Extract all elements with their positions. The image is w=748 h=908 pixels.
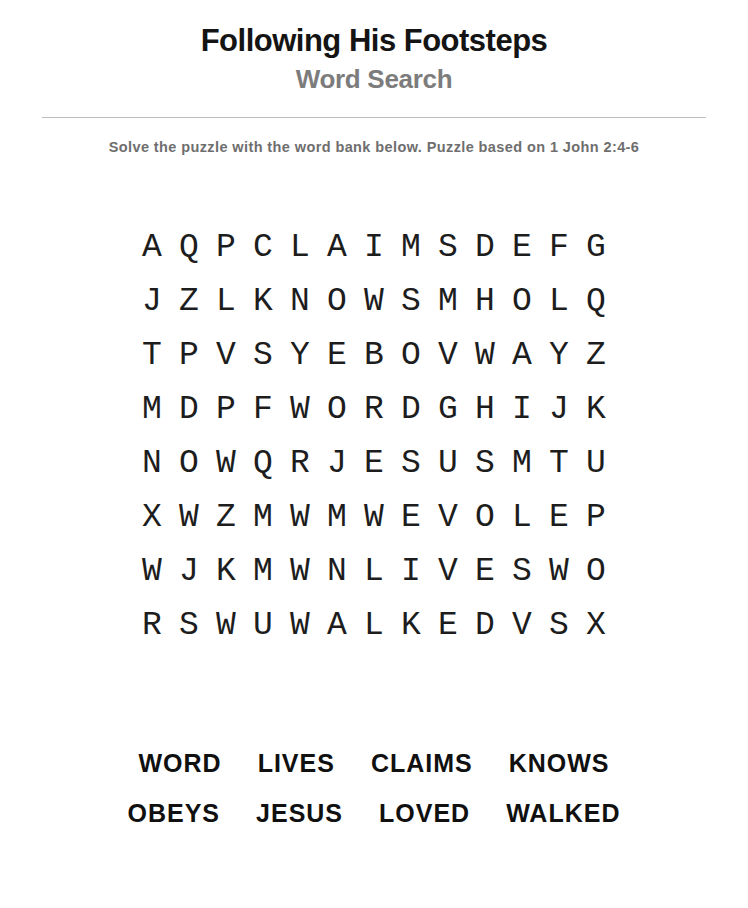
instruction-text: Solve the puzzle with the word bank belo… <box>0 139 748 156</box>
word-bank-row: WORDLIVESCLAIMSKNOWS <box>0 749 748 778</box>
grid-cell[interactable]: W <box>282 382 319 436</box>
grid-cell[interactable]: L <box>541 274 578 328</box>
grid-cell[interactable]: M <box>319 490 356 544</box>
grid-cell[interactable]: L <box>504 490 541 544</box>
grid-cell[interactable]: W <box>282 490 319 544</box>
grid-cell[interactable]: Y <box>541 328 578 382</box>
grid-cell[interactable]: P <box>578 490 615 544</box>
grid-cell[interactable]: H <box>467 274 504 328</box>
grid-cell[interactable]: K <box>393 598 430 652</box>
grid-cell[interactable]: E <box>319 328 356 382</box>
grid-cell[interactable]: K <box>208 544 245 598</box>
grid-cell[interactable]: P <box>208 382 245 436</box>
grid-cell[interactable]: H <box>467 382 504 436</box>
grid-cell[interactable]: S <box>504 544 541 598</box>
grid-cell[interactable]: V <box>430 490 467 544</box>
word-bank-item: OBEYS <box>128 799 221 828</box>
grid-cell[interactable]: W <box>208 436 245 490</box>
grid-cell[interactable]: W <box>282 544 319 598</box>
grid-cell[interactable]: W <box>208 598 245 652</box>
grid-cell[interactable]: G <box>430 382 467 436</box>
word-bank: WORDLIVESCLAIMSKNOWSOBEYSJESUSLOVEDWALKE… <box>0 749 748 828</box>
grid-cell[interactable]: N <box>319 544 356 598</box>
grid-cell[interactable]: W <box>282 598 319 652</box>
word-bank-item: WALKED <box>506 799 620 828</box>
grid-cell[interactable]: D <box>467 598 504 652</box>
grid-cell[interactable]: M <box>245 490 282 544</box>
grid-cell[interactable]: V <box>430 328 467 382</box>
grid-cell[interactable]: J <box>319 436 356 490</box>
grid-cell[interactable]: C <box>245 220 282 274</box>
grid-cell[interactable]: S <box>393 274 430 328</box>
grid-cell[interactable]: X <box>134 490 171 544</box>
grid-cell[interactable]: E <box>504 220 541 274</box>
grid-cell[interactable]: S <box>393 436 430 490</box>
header-divider <box>42 117 706 118</box>
grid-cell[interactable]: K <box>578 382 615 436</box>
grid-cell[interactable]: Y <box>282 328 319 382</box>
grid-cell[interactable]: T <box>541 436 578 490</box>
grid-cell[interactable]: O <box>467 490 504 544</box>
grid-cell[interactable]: W <box>541 544 578 598</box>
word-bank-row: OBEYSJESUSLOVEDWALKED <box>0 799 748 828</box>
grid-cell[interactable]: P <box>208 220 245 274</box>
grid-cell[interactable]: Q <box>245 436 282 490</box>
grid-cell[interactable]: I <box>393 544 430 598</box>
grid-cell[interactable]: V <box>504 598 541 652</box>
grid-cell[interactable]: S <box>245 328 282 382</box>
grid-cell[interactable]: P <box>171 328 208 382</box>
grid-cell[interactable]: L <box>208 274 245 328</box>
grid-cell[interactable]: R <box>356 382 393 436</box>
grid-cell[interactable]: X <box>578 598 615 652</box>
word-bank-item: LIVES <box>258 749 335 778</box>
page-subtitle: Word Search <box>0 65 748 93</box>
grid-cell[interactable]: M <box>134 382 171 436</box>
grid-cell[interactable]: L <box>356 598 393 652</box>
grid-cell[interactable]: W <box>171 490 208 544</box>
grid-cell[interactable]: T <box>134 328 171 382</box>
grid-cell[interactable]: B <box>356 328 393 382</box>
grid-cell[interactable]: F <box>541 220 578 274</box>
grid-cell[interactable]: O <box>171 436 208 490</box>
grid-cell[interactable]: N <box>282 274 319 328</box>
grid-cell[interactable]: J <box>171 544 208 598</box>
grid-cell[interactable]: L <box>356 544 393 598</box>
grid-cell[interactable]: R <box>134 598 171 652</box>
grid-cell[interactable]: D <box>171 382 208 436</box>
grid-cell[interactable]: J <box>134 274 171 328</box>
grid-cell[interactable]: W <box>356 274 393 328</box>
grid-cell[interactable]: U <box>430 436 467 490</box>
grid-cell[interactable]: O <box>504 274 541 328</box>
grid-cell[interactable]: J <box>541 382 578 436</box>
grid-cell[interactable]: Q <box>578 274 615 328</box>
grid-cell[interactable]: Q <box>171 220 208 274</box>
grid-cell[interactable]: M <box>393 220 430 274</box>
grid-cell[interactable]: A <box>134 220 171 274</box>
grid-cell[interactable]: Z <box>171 274 208 328</box>
grid-cell[interactable]: V <box>208 328 245 382</box>
grid-cell[interactable]: E <box>393 490 430 544</box>
grid-cell[interactable]: L <box>282 220 319 274</box>
grid-cell[interactable]: I <box>504 382 541 436</box>
grid-cell[interactable]: I <box>356 220 393 274</box>
grid-cell[interactable]: Z <box>208 490 245 544</box>
grid-cell[interactable]: A <box>319 598 356 652</box>
grid-cell[interactable]: U <box>245 598 282 652</box>
grid-cell[interactable]: V <box>430 544 467 598</box>
grid-cell[interactable]: O <box>578 544 615 598</box>
grid-cell[interactable]: O <box>393 328 430 382</box>
grid-cell[interactable]: E <box>356 436 393 490</box>
word-bank-item: WORD <box>138 749 221 778</box>
worksheet-page: Following His Footsteps Word Search Solv… <box>0 0 748 908</box>
letter-grid: AQPCLAIMSDEFGJZLKNOWSMHOLQTPVSYEBOVWAYZM… <box>0 220 748 652</box>
grid-cell[interactable]: W <box>356 490 393 544</box>
word-bank-item: KNOWS <box>509 749 610 778</box>
grid-cell[interactable]: K <box>245 274 282 328</box>
grid-cell[interactable]: S <box>467 436 504 490</box>
word-bank-item: JESUS <box>256 799 343 828</box>
grid-cell[interactable]: E <box>467 544 504 598</box>
grid-cell[interactable]: Z <box>578 328 615 382</box>
grid-cell[interactable]: R <box>282 436 319 490</box>
page-title: Following His Footsteps <box>0 0 748 58</box>
grid-cell[interactable]: M <box>245 544 282 598</box>
grid-cell[interactable]: M <box>430 274 467 328</box>
word-bank-item: LOVED <box>379 799 470 828</box>
grid-cell[interactable]: S <box>171 598 208 652</box>
grid-cell[interactable]: A <box>319 220 356 274</box>
grid-cell[interactable]: N <box>134 436 171 490</box>
grid-cell[interactable]: M <box>504 436 541 490</box>
word-bank-item: CLAIMS <box>371 749 473 778</box>
grid-cell[interactable]: W <box>134 544 171 598</box>
grid-cell[interactable]: G <box>578 220 615 274</box>
grid-cell[interactable]: D <box>393 382 430 436</box>
grid-cell[interactable]: D <box>467 220 504 274</box>
grid-cell[interactable]: A <box>504 328 541 382</box>
grid-cell[interactable]: O <box>319 274 356 328</box>
grid-cell[interactable]: F <box>245 382 282 436</box>
grid-cell[interactable]: W <box>467 328 504 382</box>
grid-cell[interactable]: S <box>430 220 467 274</box>
grid-cell[interactable]: U <box>578 436 615 490</box>
grid-cell[interactable]: E <box>541 490 578 544</box>
grid-cell[interactable]: O <box>319 382 356 436</box>
grid-cell[interactable]: S <box>541 598 578 652</box>
grid-cell[interactable]: E <box>430 598 467 652</box>
